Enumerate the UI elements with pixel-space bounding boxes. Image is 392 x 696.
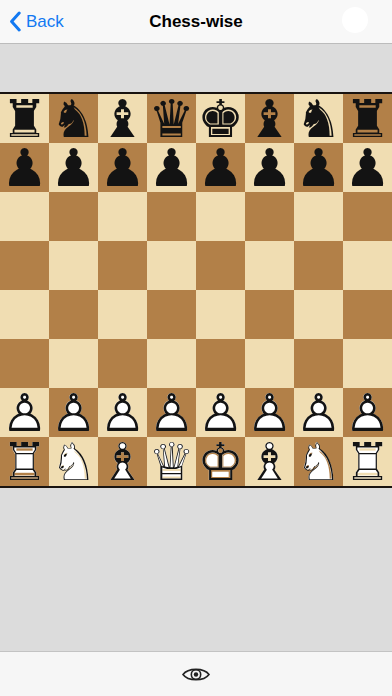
square-e1[interactable]: ♚♔ — [196, 437, 245, 486]
piece-white-rook: ♜♖ — [343, 437, 392, 486]
square-f6[interactable] — [245, 192, 294, 241]
square-a7[interactable]: ♟ — [0, 143, 49, 192]
piece-black-pawn: ♟ — [98, 143, 147, 192]
square-h3[interactable] — [343, 339, 392, 388]
piece-white-queen: ♛♕ — [147, 437, 196, 486]
square-c1[interactable]: ♝♗ — [98, 437, 147, 486]
piece-black-king: ♚ — [196, 94, 245, 143]
back-button[interactable]: Back — [9, 11, 64, 32]
square-a3[interactable] — [0, 339, 49, 388]
square-c3[interactable] — [98, 339, 147, 388]
square-e2[interactable]: ♟♙ — [196, 388, 245, 437]
piece-white-pawn: ♟♙ — [147, 388, 196, 437]
square-c5[interactable] — [98, 241, 147, 290]
piece-white-bishop: ♝♗ — [245, 437, 294, 486]
square-h2[interactable]: ♟♙ — [343, 388, 392, 437]
piece-white-bishop: ♝♗ — [98, 437, 147, 486]
square-a6[interactable] — [0, 192, 49, 241]
piece-black-pawn: ♟ — [0, 143, 49, 192]
square-b1[interactable]: ♞♘ — [49, 437, 98, 486]
square-f2[interactable]: ♟♙ — [245, 388, 294, 437]
square-d1[interactable]: ♛♕ — [147, 437, 196, 486]
square-g7[interactable]: ♟ — [294, 143, 343, 192]
square-c4[interactable] — [98, 290, 147, 339]
navigation-bar: Back Chess-wise — [0, 0, 392, 44]
square-h5[interactable] — [343, 241, 392, 290]
piece-white-pawn: ♟♙ — [343, 388, 392, 437]
square-g4[interactable] — [294, 290, 343, 339]
square-h7[interactable]: ♟ — [343, 143, 392, 192]
square-g5[interactable] — [294, 241, 343, 290]
piece-black-bishop: ♝ — [98, 94, 147, 143]
square-h6[interactable] — [343, 192, 392, 241]
eye-button[interactable] — [174, 657, 218, 691]
piece-white-knight: ♞♘ — [294, 437, 343, 486]
square-b5[interactable] — [49, 241, 98, 290]
square-f4[interactable] — [245, 290, 294, 339]
piece-white-pawn: ♟♙ — [98, 388, 147, 437]
square-d3[interactable] — [147, 339, 196, 388]
chess-board: ♜♞♝♛♚♝♞♜♟♟♟♟♟♟♟♟♟♙♟♙♟♙♟♙♟♙♟♙♟♙♟♙♜♖♞♘♝♗♛♕… — [0, 92, 392, 488]
piece-white-king: ♚♔ — [196, 437, 245, 486]
piece-black-pawn: ♟ — [245, 143, 294, 192]
square-b3[interactable] — [49, 339, 98, 388]
square-e3[interactable] — [196, 339, 245, 388]
square-d2[interactable]: ♟♙ — [147, 388, 196, 437]
square-g8[interactable]: ♞ — [294, 94, 343, 143]
square-a5[interactable] — [0, 241, 49, 290]
piece-black-pawn: ♟ — [147, 143, 196, 192]
piece-white-pawn: ♟♙ — [294, 388, 343, 437]
piece-black-pawn: ♟ — [343, 143, 392, 192]
chevron-left-icon — [9, 11, 21, 32]
square-d5[interactable] — [147, 241, 196, 290]
piece-black-rook: ♜ — [343, 94, 392, 143]
piece-black-pawn: ♟ — [196, 143, 245, 192]
square-a2[interactable]: ♟♙ — [0, 388, 49, 437]
piece-white-knight: ♞♘ — [49, 437, 98, 486]
square-g2[interactable]: ♟♙ — [294, 388, 343, 437]
square-f8[interactable]: ♝ — [245, 94, 294, 143]
piece-black-bishop: ♝ — [245, 94, 294, 143]
piece-black-knight: ♞ — [49, 94, 98, 143]
piece-black-knight: ♞ — [294, 94, 343, 143]
square-b8[interactable]: ♞ — [49, 94, 98, 143]
square-f5[interactable] — [245, 241, 294, 290]
piece-white-pawn: ♟♙ — [196, 388, 245, 437]
square-e7[interactable]: ♟ — [196, 143, 245, 192]
piece-white-pawn: ♟♙ — [0, 388, 49, 437]
square-f1[interactable]: ♝♗ — [245, 437, 294, 486]
square-h4[interactable] — [343, 290, 392, 339]
square-d6[interactable] — [147, 192, 196, 241]
square-d8[interactable]: ♛ — [147, 94, 196, 143]
square-e8[interactable]: ♚ — [196, 94, 245, 143]
eye-icon — [181, 665, 211, 684]
square-b2[interactable]: ♟♙ — [49, 388, 98, 437]
square-c6[interactable] — [98, 192, 147, 241]
white-to-move-indicator — [342, 7, 368, 33]
square-a4[interactable] — [0, 290, 49, 339]
piece-white-pawn: ♟♙ — [49, 388, 98, 437]
square-g6[interactable] — [294, 192, 343, 241]
square-g3[interactable] — [294, 339, 343, 388]
square-c7[interactable]: ♟ — [98, 143, 147, 192]
square-g1[interactable]: ♞♘ — [294, 437, 343, 486]
piece-black-queen: ♛ — [147, 94, 196, 143]
square-h8[interactable]: ♜ — [343, 94, 392, 143]
square-c2[interactable]: ♟♙ — [98, 388, 147, 437]
piece-black-rook: ♜ — [0, 94, 49, 143]
square-d4[interactable] — [147, 290, 196, 339]
square-b6[interactable] — [49, 192, 98, 241]
square-f7[interactable]: ♟ — [245, 143, 294, 192]
square-b4[interactable] — [49, 290, 98, 339]
square-e5[interactable] — [196, 241, 245, 290]
square-c8[interactable]: ♝ — [98, 94, 147, 143]
piece-white-pawn: ♟♙ — [245, 388, 294, 437]
square-e4[interactable] — [196, 290, 245, 339]
square-b7[interactable]: ♟ — [49, 143, 98, 192]
bottom-toolbar — [0, 651, 392, 696]
back-button-label: Back — [26, 12, 64, 32]
square-f3[interactable] — [245, 339, 294, 388]
square-h1[interactable]: ♜♖ — [343, 437, 392, 486]
square-a8[interactable]: ♜ — [0, 94, 49, 143]
square-e6[interactable] — [196, 192, 245, 241]
piece-black-pawn: ♟ — [49, 143, 98, 192]
piece-white-rook: ♜♖ — [0, 437, 49, 486]
piece-black-pawn: ♟ — [294, 143, 343, 192]
square-d7[interactable]: ♟ — [147, 143, 196, 192]
square-a1[interactable]: ♜♖ — [0, 437, 49, 486]
